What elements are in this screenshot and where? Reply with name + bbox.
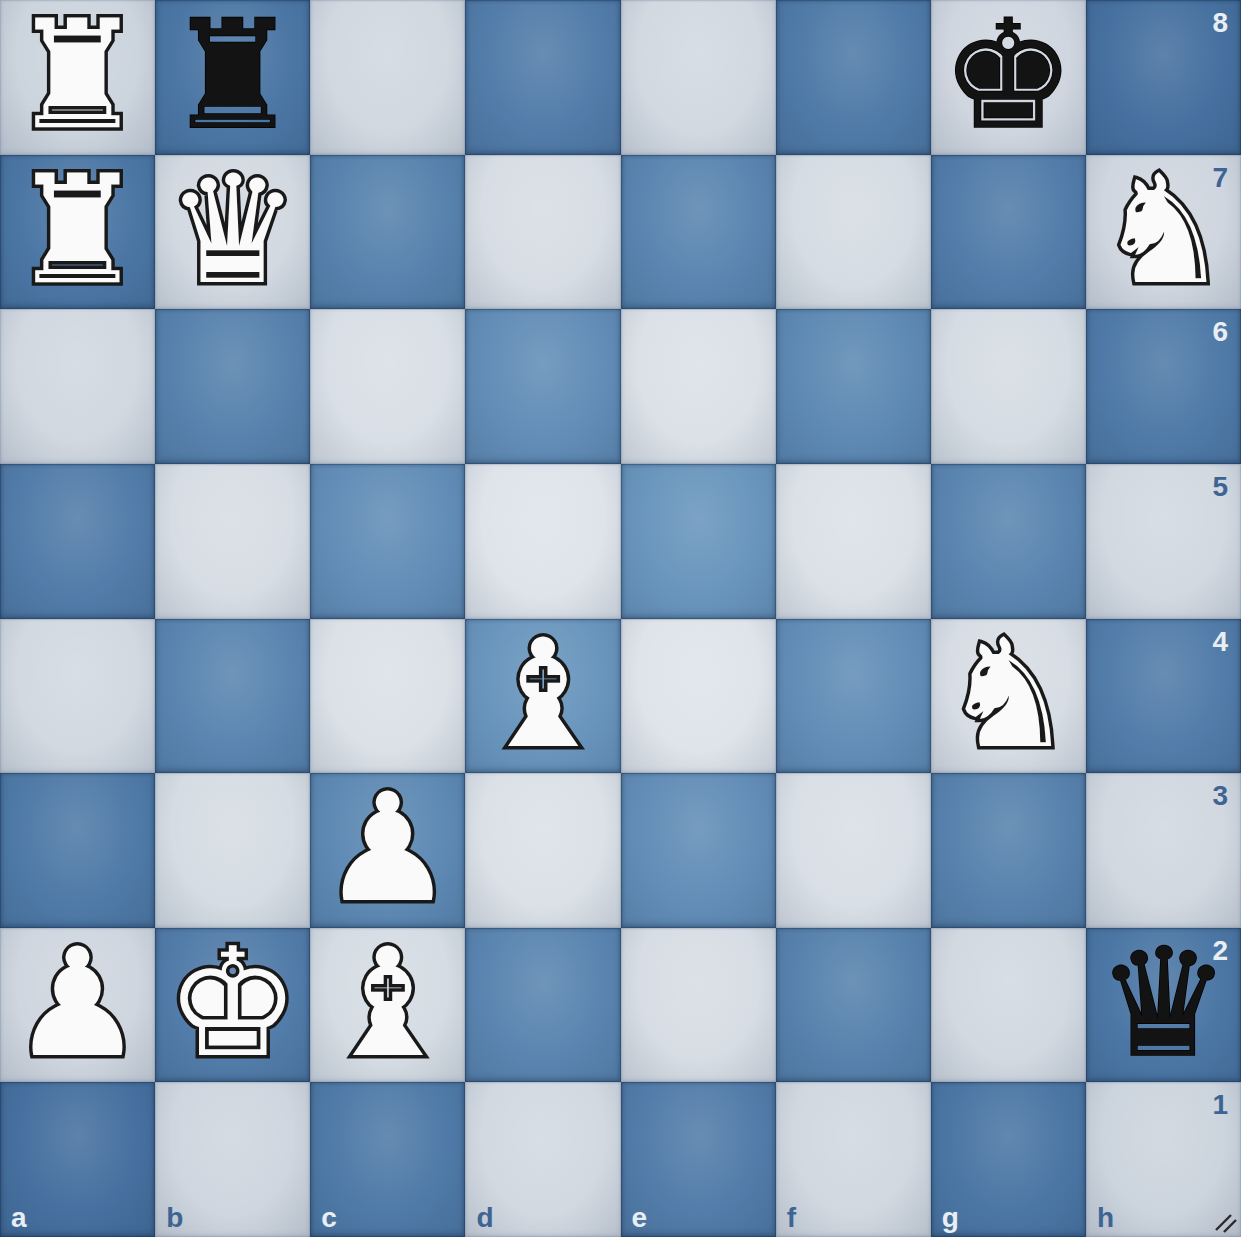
piece-white-queen[interactable]: ♛ xyxy=(165,155,299,305)
piece-white-bishop[interactable]: ♝ xyxy=(476,619,610,769)
square-d1[interactable]: d xyxy=(465,1082,620,1237)
square-e8[interactable] xyxy=(621,0,776,155)
square-f3[interactable] xyxy=(776,773,931,928)
file-label-f: f xyxy=(787,1204,796,1232)
square-g7[interactable] xyxy=(931,155,1086,310)
square-f5[interactable] xyxy=(776,464,931,619)
square-h3[interactable]: 3 xyxy=(1086,773,1241,928)
square-g1[interactable]: g xyxy=(931,1082,1086,1237)
square-d5[interactable] xyxy=(465,464,620,619)
square-f8[interactable] xyxy=(776,0,931,155)
piece-white-knight[interactable]: ♞ xyxy=(941,619,1075,769)
square-b5[interactable] xyxy=(155,464,310,619)
rank-label-8: 8 xyxy=(1212,9,1228,37)
square-b3[interactable] xyxy=(155,773,310,928)
square-b7[interactable]: ♛ xyxy=(155,155,310,310)
piece-white-king[interactable]: ♚ xyxy=(165,928,299,1078)
square-g3[interactable] xyxy=(931,773,1086,928)
file-label-c: c xyxy=(321,1204,337,1232)
square-b8[interactable]: ♜ xyxy=(155,0,310,155)
square-e6[interactable] xyxy=(621,309,776,464)
square-d8[interactable] xyxy=(465,0,620,155)
square-a6[interactable] xyxy=(0,309,155,464)
square-d7[interactable] xyxy=(465,155,620,310)
rank-label-7: 7 xyxy=(1212,164,1228,192)
rank-label-2: 2 xyxy=(1212,937,1228,965)
square-a2[interactable]: ♟ xyxy=(0,928,155,1083)
file-label-g: g xyxy=(942,1204,959,1232)
piece-white-bishop[interactable]: ♝ xyxy=(321,928,455,1078)
file-label-b: b xyxy=(166,1204,183,1232)
square-g6[interactable] xyxy=(931,309,1086,464)
square-a7[interactable]: ♜ xyxy=(0,155,155,310)
square-h4[interactable]: 4 xyxy=(1086,619,1241,774)
piece-black-queen[interactable]: ♛ xyxy=(1096,928,1230,1078)
square-d2[interactable] xyxy=(465,928,620,1083)
square-a1[interactable]: a xyxy=(0,1082,155,1237)
square-h2[interactable]: ♛2 xyxy=(1086,928,1241,1083)
square-c6[interactable] xyxy=(310,309,465,464)
piece-white-rook[interactable]: ♜ xyxy=(10,0,144,150)
square-e2[interactable] xyxy=(621,928,776,1083)
square-e5[interactable] xyxy=(621,464,776,619)
rank-label-4: 4 xyxy=(1212,628,1228,656)
square-e4[interactable] xyxy=(621,619,776,774)
square-c8[interactable] xyxy=(310,0,465,155)
file-label-a: a xyxy=(11,1204,27,1232)
square-b2[interactable]: ♚ xyxy=(155,928,310,1083)
piece-black-king[interactable]: ♚ xyxy=(941,0,1075,150)
square-b4[interactable] xyxy=(155,619,310,774)
square-e1[interactable]: e xyxy=(621,1082,776,1237)
piece-black-rook[interactable]: ♜ xyxy=(165,0,299,150)
square-e7[interactable] xyxy=(621,155,776,310)
square-h8[interactable]: 8 xyxy=(1086,0,1241,155)
rank-label-1: 1 xyxy=(1212,1091,1228,1119)
piece-white-pawn[interactable]: ♟ xyxy=(10,928,144,1078)
square-d3[interactable] xyxy=(465,773,620,928)
square-d6[interactable] xyxy=(465,309,620,464)
rank-label-3: 3 xyxy=(1212,782,1228,810)
square-c1[interactable]: c xyxy=(310,1082,465,1237)
square-b1[interactable]: b xyxy=(155,1082,310,1237)
square-d4[interactable]: ♝ xyxy=(465,619,620,774)
square-c4[interactable] xyxy=(310,619,465,774)
square-f7[interactable] xyxy=(776,155,931,310)
file-label-d: d xyxy=(476,1204,493,1232)
square-a3[interactable] xyxy=(0,773,155,928)
square-e3[interactable] xyxy=(621,773,776,928)
square-b6[interactable] xyxy=(155,309,310,464)
square-g4[interactable]: ♞ xyxy=(931,619,1086,774)
rank-label-6: 6 xyxy=(1212,318,1228,346)
rank-label-5: 5 xyxy=(1212,473,1228,501)
square-a4[interactable] xyxy=(0,619,155,774)
chess-board: ♜♜♚8♜♛♞765♝♞4♟3♟♚♝♛2abcdefg1h xyxy=(0,0,1241,1237)
square-c3[interactable]: ♟ xyxy=(310,773,465,928)
piece-white-rook[interactable]: ♜ xyxy=(10,155,144,305)
square-a8[interactable]: ♜ xyxy=(0,0,155,155)
square-a5[interactable] xyxy=(0,464,155,619)
square-c2[interactable]: ♝ xyxy=(310,928,465,1083)
square-f6[interactable] xyxy=(776,309,931,464)
piece-white-pawn[interactable]: ♟ xyxy=(321,773,455,923)
square-f1[interactable]: f xyxy=(776,1082,931,1237)
file-label-e: e xyxy=(632,1204,648,1232)
square-h5[interactable]: 5 xyxy=(1086,464,1241,619)
resize-handle-icon[interactable] xyxy=(1210,1206,1238,1234)
square-c5[interactable] xyxy=(310,464,465,619)
square-g8[interactable]: ♚ xyxy=(931,0,1086,155)
square-f4[interactable] xyxy=(776,619,931,774)
square-f2[interactable] xyxy=(776,928,931,1083)
file-label-h: h xyxy=(1097,1204,1114,1232)
square-c7[interactable] xyxy=(310,155,465,310)
piece-white-knight[interactable]: ♞ xyxy=(1096,155,1230,305)
square-h6[interactable]: 6 xyxy=(1086,309,1241,464)
square-h7[interactable]: ♞7 xyxy=(1086,155,1241,310)
square-g5[interactable] xyxy=(931,464,1086,619)
square-g2[interactable] xyxy=(931,928,1086,1083)
